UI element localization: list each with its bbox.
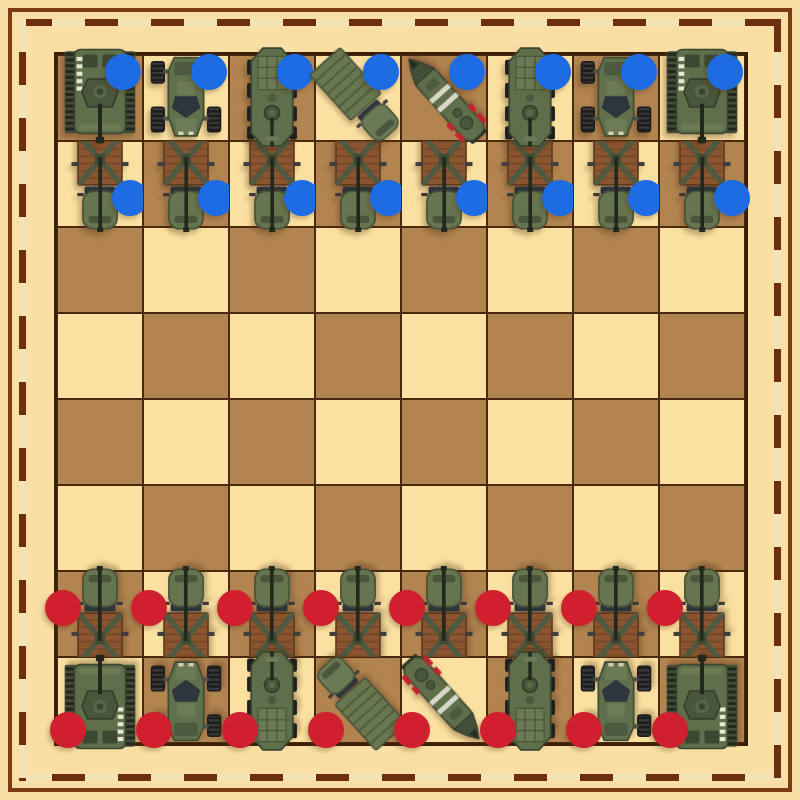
side-marker-blue	[621, 54, 657, 90]
military-chess-screen: { "game": "chess (military vehicle theme…	[0, 0, 800, 800]
square-a2[interactable]	[57, 571, 143, 657]
dashed-border-top	[19, 19, 781, 26]
square-b6[interactable]	[143, 227, 229, 313]
square-d3[interactable]	[315, 485, 401, 571]
piece-blue-missile-launcher[interactable]	[391, 43, 496, 154]
dashed-border-right	[774, 19, 781, 781]
square-g6[interactable]	[573, 227, 659, 313]
square-b8[interactable]	[143, 55, 229, 141]
square-d5[interactable]	[315, 313, 401, 399]
side-marker-red	[45, 590, 81, 626]
side-marker-blue	[105, 54, 141, 90]
square-e8[interactable]	[401, 55, 487, 141]
square-c7[interactable]	[229, 141, 315, 227]
dashed-border-bottom	[19, 774, 781, 781]
square-e2[interactable]	[401, 571, 487, 657]
square-e7[interactable]	[401, 141, 487, 227]
square-e4[interactable]	[401, 399, 487, 485]
side-marker-red	[222, 712, 258, 748]
side-marker-red	[647, 590, 683, 626]
side-marker-red	[303, 590, 339, 626]
square-h5[interactable]	[659, 313, 745, 399]
piece-red-gun-truck[interactable]	[588, 563, 645, 666]
side-marker-red	[652, 712, 688, 748]
side-marker-blue	[714, 180, 750, 216]
square-h2[interactable]	[659, 571, 745, 657]
side-marker-red	[566, 712, 602, 748]
square-d2[interactable]	[315, 571, 401, 657]
square-a7[interactable]	[57, 141, 143, 227]
square-f2[interactable]	[487, 571, 573, 657]
square-g8[interactable]	[573, 55, 659, 141]
square-a1[interactable]	[57, 657, 143, 743]
square-g1[interactable]	[573, 657, 659, 743]
square-d8[interactable]	[315, 55, 401, 141]
square-c8[interactable]	[229, 55, 315, 141]
square-c1[interactable]	[229, 657, 315, 743]
side-marker-blue	[535, 54, 571, 90]
side-marker-red	[50, 712, 86, 748]
square-f6[interactable]	[487, 227, 573, 313]
square-g4[interactable]	[573, 399, 659, 485]
square-f7[interactable]	[487, 141, 573, 227]
side-marker-blue	[449, 54, 485, 90]
square-b2[interactable]	[143, 571, 229, 657]
dashed-border-left	[19, 19, 26, 781]
side-marker-blue	[277, 54, 313, 90]
square-f8[interactable]	[487, 55, 573, 141]
square-b4[interactable]	[143, 399, 229, 485]
square-b7[interactable]	[143, 141, 229, 227]
square-e1[interactable]	[401, 657, 487, 743]
square-h1[interactable]	[659, 657, 745, 743]
square-c5[interactable]	[229, 313, 315, 399]
side-marker-red	[561, 590, 597, 626]
square-b3[interactable]	[143, 485, 229, 571]
square-h8[interactable]	[659, 55, 745, 141]
game-board	[54, 52, 748, 746]
square-a3[interactable]	[57, 485, 143, 571]
square-a5[interactable]	[57, 313, 143, 399]
square-g7[interactable]	[573, 141, 659, 227]
side-marker-red	[131, 590, 167, 626]
square-c4[interactable]	[229, 399, 315, 485]
square-f4[interactable]	[487, 399, 573, 485]
square-e6[interactable]	[401, 227, 487, 313]
square-d4[interactable]	[315, 399, 401, 485]
square-d7[interactable]	[315, 141, 401, 227]
square-f5[interactable]	[487, 313, 573, 399]
side-marker-red	[217, 590, 253, 626]
side-marker-blue	[191, 54, 227, 90]
square-a6[interactable]	[57, 227, 143, 313]
square-a4[interactable]	[57, 399, 143, 485]
square-f1[interactable]	[487, 657, 573, 743]
square-g5[interactable]	[573, 313, 659, 399]
side-marker-red	[389, 590, 425, 626]
side-marker-red	[480, 712, 516, 748]
piece-red-gun-truck[interactable]	[158, 563, 215, 666]
square-f3[interactable]	[487, 485, 573, 571]
square-g3[interactable]	[573, 485, 659, 571]
side-marker-red	[475, 590, 511, 626]
square-e3[interactable]	[401, 485, 487, 571]
square-h3[interactable]	[659, 485, 745, 571]
side-marker-red	[394, 712, 430, 748]
square-h4[interactable]	[659, 399, 745, 485]
square-b1[interactable]	[143, 657, 229, 743]
square-c3[interactable]	[229, 485, 315, 571]
side-marker-red	[308, 712, 344, 748]
square-a8[interactable]	[57, 55, 143, 141]
square-b5[interactable]	[143, 313, 229, 399]
square-h6[interactable]	[659, 227, 745, 313]
square-e5[interactable]	[401, 313, 487, 399]
square-c6[interactable]	[229, 227, 315, 313]
square-h7[interactable]	[659, 141, 745, 227]
square-d1[interactable]	[315, 657, 401, 743]
side-marker-red	[136, 712, 172, 748]
square-g2[interactable]	[573, 571, 659, 657]
side-marker-blue	[707, 54, 743, 90]
square-c2[interactable]	[229, 571, 315, 657]
square-d6[interactable]	[315, 227, 401, 313]
